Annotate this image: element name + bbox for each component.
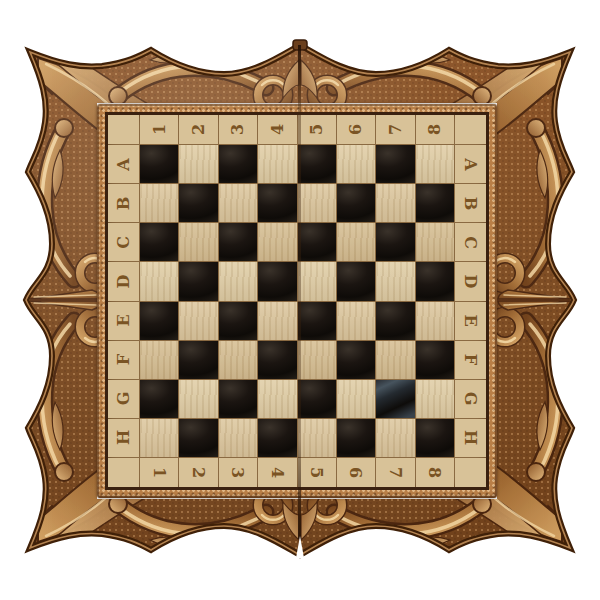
label-top-5: 5 bbox=[298, 115, 336, 144]
square-G3[interactable] bbox=[219, 380, 257, 418]
label-top-8: 8 bbox=[416, 115, 454, 144]
square-A2[interactable] bbox=[179, 145, 217, 183]
square-C5[interactable] bbox=[298, 223, 336, 261]
square-G4[interactable] bbox=[258, 380, 296, 418]
square-C6[interactable] bbox=[337, 223, 375, 261]
square-E5[interactable] bbox=[298, 302, 336, 340]
square-D1[interactable] bbox=[140, 262, 178, 300]
square-H8[interactable] bbox=[416, 419, 454, 457]
label-left-G: G bbox=[108, 380, 139, 418]
square-D4[interactable] bbox=[258, 262, 296, 300]
square-H7[interactable] bbox=[376, 419, 414, 457]
label-bottom-2: 2 bbox=[179, 458, 217, 487]
square-H1[interactable] bbox=[140, 419, 178, 457]
label-right-A: A bbox=[455, 145, 486, 183]
label-top-7: 7 bbox=[376, 115, 414, 144]
label-bottom-1: 1 bbox=[140, 458, 178, 487]
square-F8[interactable] bbox=[416, 341, 454, 379]
label-top-3: 3 bbox=[219, 115, 257, 144]
square-A4[interactable] bbox=[258, 145, 296, 183]
square-F4[interactable] bbox=[258, 341, 296, 379]
label-right-E: E bbox=[455, 302, 486, 340]
label-bottom-4: 4 bbox=[258, 458, 296, 487]
label-right-B: B bbox=[455, 184, 486, 222]
label-right-H: H bbox=[455, 419, 486, 457]
square-E2[interactable] bbox=[179, 302, 217, 340]
square-B2[interactable] bbox=[179, 184, 217, 222]
square-A3[interactable] bbox=[219, 145, 257, 183]
square-A7[interactable] bbox=[376, 145, 414, 183]
square-E8[interactable] bbox=[416, 302, 454, 340]
label-left-F: F bbox=[108, 341, 139, 379]
label-top-2: 2 bbox=[179, 115, 217, 144]
square-E6[interactable] bbox=[337, 302, 375, 340]
square-H3[interactable] bbox=[219, 419, 257, 457]
square-G1[interactable] bbox=[140, 380, 178, 418]
square-H6[interactable] bbox=[337, 419, 375, 457]
label-right-D: D bbox=[455, 262, 486, 300]
square-G7[interactable] bbox=[376, 380, 414, 418]
square-F1[interactable] bbox=[140, 341, 178, 379]
label-right-F: F bbox=[455, 341, 486, 379]
square-E4[interactable] bbox=[258, 302, 296, 340]
label-right-G: G bbox=[455, 380, 486, 418]
label-bottom-5: 5 bbox=[298, 458, 336, 487]
square-C3[interactable] bbox=[219, 223, 257, 261]
square-G6[interactable] bbox=[337, 380, 375, 418]
square-C7[interactable] bbox=[376, 223, 414, 261]
border-corner bbox=[108, 458, 139, 487]
square-B4[interactable] bbox=[258, 184, 296, 222]
square-H5[interactable] bbox=[298, 419, 336, 457]
square-B6[interactable] bbox=[337, 184, 375, 222]
board-recess-lip: 12345678AABBCCDDEEFFGGHH12345678 bbox=[97, 104, 497, 498]
square-H2[interactable] bbox=[179, 419, 217, 457]
square-E7[interactable] bbox=[376, 302, 414, 340]
label-left-A: A bbox=[108, 145, 139, 183]
square-A1[interactable] bbox=[140, 145, 178, 183]
label-left-H: H bbox=[108, 419, 139, 457]
top-hinge bbox=[293, 40, 307, 50]
square-F3[interactable] bbox=[219, 341, 257, 379]
square-B5[interactable] bbox=[298, 184, 336, 222]
square-G8[interactable] bbox=[416, 380, 454, 418]
label-bottom-6: 6 bbox=[337, 458, 375, 487]
folding-chessboard-photo: 12345678AABBCCDDEEFFGGHH12345678 bbox=[0, 0, 600, 600]
square-B3[interactable] bbox=[219, 184, 257, 222]
border-corner bbox=[108, 115, 139, 144]
square-C1[interactable] bbox=[140, 223, 178, 261]
square-D8[interactable] bbox=[416, 262, 454, 300]
chess-board: 12345678AABBCCDDEEFFGGHH12345678 bbox=[105, 112, 489, 490]
square-A8[interactable] bbox=[416, 145, 454, 183]
border-corner bbox=[455, 115, 486, 144]
square-H4[interactable] bbox=[258, 419, 296, 457]
square-G5[interactable] bbox=[298, 380, 336, 418]
square-A5[interactable] bbox=[298, 145, 336, 183]
square-C2[interactable] bbox=[179, 223, 217, 261]
label-top-4: 4 bbox=[258, 115, 296, 144]
square-B8[interactable] bbox=[416, 184, 454, 222]
label-bottom-8: 8 bbox=[416, 458, 454, 487]
square-D3[interactable] bbox=[219, 262, 257, 300]
square-C8[interactable] bbox=[416, 223, 454, 261]
square-D5[interactable] bbox=[298, 262, 336, 300]
label-right-C: C bbox=[455, 223, 486, 261]
label-left-E: E bbox=[108, 302, 139, 340]
label-bottom-7: 7 bbox=[376, 458, 414, 487]
square-A6[interactable] bbox=[337, 145, 375, 183]
square-B1[interactable] bbox=[140, 184, 178, 222]
label-left-C: C bbox=[108, 223, 139, 261]
label-bottom-3: 3 bbox=[219, 458, 257, 487]
square-D2[interactable] bbox=[179, 262, 217, 300]
label-left-B: B bbox=[108, 184, 139, 222]
square-C4[interactable] bbox=[258, 223, 296, 261]
label-left-D: D bbox=[108, 262, 139, 300]
square-E1[interactable] bbox=[140, 302, 178, 340]
square-D6[interactable] bbox=[337, 262, 375, 300]
square-F6[interactable] bbox=[337, 341, 375, 379]
square-E3[interactable] bbox=[219, 302, 257, 340]
square-F5[interactable] bbox=[298, 341, 336, 379]
label-top-1: 1 bbox=[140, 115, 178, 144]
square-F2[interactable] bbox=[179, 341, 217, 379]
square-D7[interactable] bbox=[376, 262, 414, 300]
square-B7[interactable] bbox=[376, 184, 414, 222]
square-F7[interactable] bbox=[376, 341, 414, 379]
square-G2[interactable] bbox=[179, 380, 217, 418]
border-corner bbox=[455, 458, 486, 487]
label-top-6: 6 bbox=[337, 115, 375, 144]
